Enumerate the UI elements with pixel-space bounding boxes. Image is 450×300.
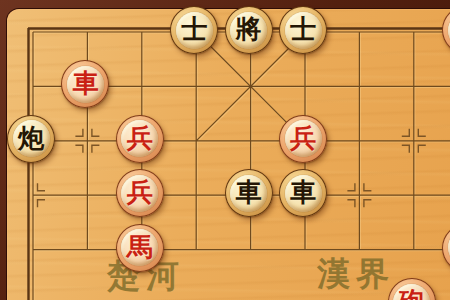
piece-red-horse[interactable]: 馬: [116, 224, 164, 272]
piece-glyph: 車: [290, 179, 316, 205]
piece-red-unknown-partial[interactable]: 車: [442, 6, 450, 54]
piece-face: 將: [230, 12, 267, 49]
piece-face: 炮: [13, 120, 50, 157]
piece-glyph: 兵: [127, 179, 153, 205]
piece-red-unknown-partial[interactable]: 相: [442, 224, 450, 272]
piece-face: 車: [67, 66, 104, 103]
piece-black-cannon[interactable]: 炮: [7, 115, 55, 163]
piece-red-soldier[interactable]: 兵: [116, 115, 164, 163]
piece-glyph: 砲: [399, 288, 425, 300]
piece-glyph: 兵: [290, 125, 316, 151]
piece-black-advisor[interactable]: 士: [279, 6, 327, 54]
piece-black-chariot[interactable]: 車: [279, 169, 327, 217]
piece-glyph: 炮: [18, 125, 44, 151]
piece-face: 士: [285, 12, 322, 49]
xiangqi-board-screen: 楚河 漢界 士將士車車炮兵兵兵車車馬相砲: [0, 0, 450, 300]
piece-face: 兵: [285, 120, 322, 157]
piece-black-chariot[interactable]: 車: [225, 169, 273, 217]
piece-glyph: 士: [290, 16, 316, 42]
piece-glyph: 車: [236, 179, 262, 205]
piece-face: 車: [230, 175, 267, 212]
piece-glyph: 馬: [127, 234, 153, 260]
piece-face: 車: [285, 175, 322, 212]
piece-face: 兵: [121, 120, 158, 157]
piece-red-soldier[interactable]: 兵: [279, 115, 327, 163]
piece-red-cannon-partial[interactable]: 砲: [388, 278, 436, 300]
piece-black-general[interactable]: 將: [225, 6, 273, 54]
piece-black-advisor[interactable]: 士: [170, 6, 218, 54]
piece-red-chariot[interactable]: 車: [61, 60, 109, 108]
piece-glyph: 士: [181, 16, 207, 42]
piece-red-soldier[interactable]: 兵: [116, 169, 164, 217]
piece-glyph: 將: [236, 16, 262, 42]
piece-glyph: 兵: [127, 125, 153, 151]
piece-glyph: 車: [72, 70, 98, 96]
piece-face: 砲: [393, 284, 430, 300]
piece-face: 兵: [121, 175, 158, 212]
pieces-layer: 士將士車車炮兵兵兵車車馬相砲: [0, 0, 450, 300]
piece-face: 士: [176, 12, 213, 49]
piece-face: 馬: [121, 229, 158, 266]
